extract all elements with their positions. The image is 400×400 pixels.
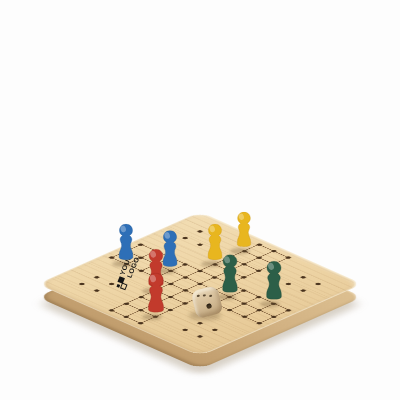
pawn-red[interactable] <box>144 273 168 317</box>
pawn-green[interactable] <box>218 254 241 297</box>
die-top-pip <box>203 294 206 297</box>
pawn-blue[interactable] <box>115 224 137 264</box>
ludo-board <box>37 212 362 357</box>
product-photo-scene: YOUR LOGO <box>0 0 400 400</box>
pawn-yellow[interactable] <box>234 212 255 251</box>
ludo-hole-grid <box>37 212 362 357</box>
pawn-green[interactable] <box>262 260 285 303</box>
die-front-pip <box>206 302 212 308</box>
die-top-pip <box>197 294 200 297</box>
die-top-pip <box>209 294 212 297</box>
